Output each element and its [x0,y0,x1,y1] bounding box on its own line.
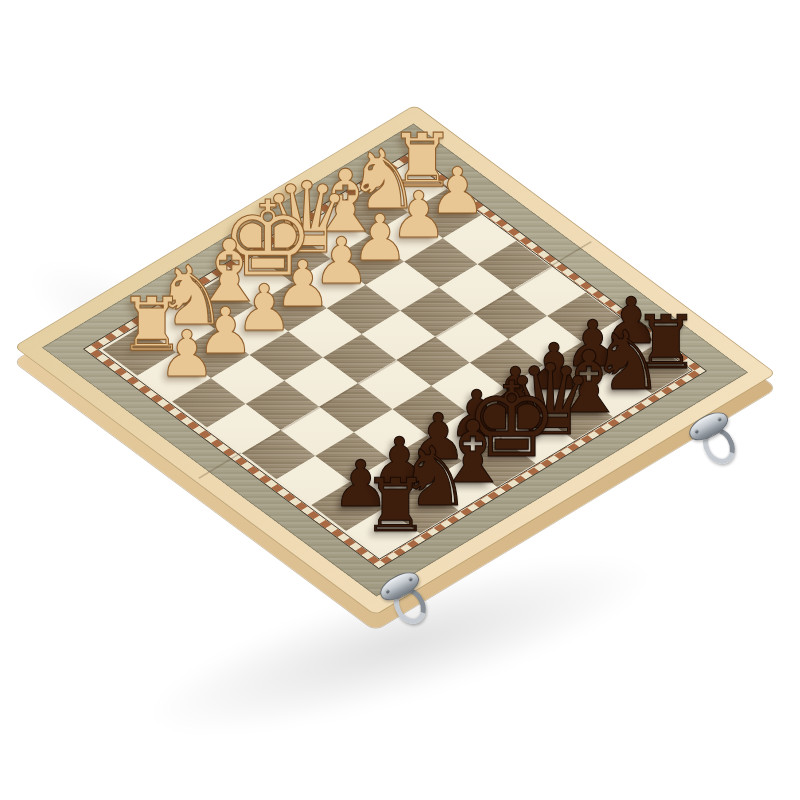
clasp-screw [385,589,390,594]
clasp-screw [717,417,722,422]
chess-board-grid: ♜♞♝♚♛♝♞♜♟♟♟♟♟♟♟♟♟♟♟♟♟♟♟♟♜♞♝♚♛♝♞♜ [103,163,691,557]
chess-board-box: ♜♞♝♚♛♝♞♜♟♟♟♟♟♟♟♟♟♟♟♟♟♟♟♟♜♞♝♚♛♝♞♜ [14,105,777,616]
clasp-screw [694,429,699,434]
inner-margin: ♜♞♝♚♛♝♞♜♟♟♟♟♟♟♟♟♟♟♟♟♟♟♟♟♜♞♝♚♛♝♞♜ [97,160,693,559]
chess-set-photo: ♜♞♝♚♛♝♞♜♟♟♟♟♟♟♟♟♟♟♟♟♟♟♟♟♜♞♝♚♛♝♞♜ [0,0,800,800]
mosaic-border: ♜♞♝♚♛♝♞♜♟♟♟♟♟♟♟♟♟♟♟♟♟♟♟♟♜♞♝♚♛♝♞♜ [83,151,707,569]
light-rook: ♜ [389,123,455,197]
clasp-screw [408,577,413,582]
